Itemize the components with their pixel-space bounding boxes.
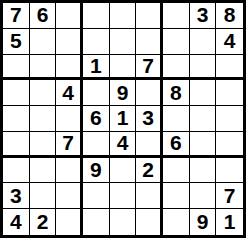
cell-r3c6[interactable]: 7 (136, 55, 163, 81)
cell-r9c3[interactable] (56, 209, 83, 235)
cell-r7c2[interactable] (30, 158, 57, 184)
cell-r8c3[interactable] (56, 183, 83, 209)
cell-r4c5[interactable]: 9 (110, 80, 137, 106)
cell-r1c8[interactable]: 3 (190, 3, 217, 29)
cell-r7c4[interactable]: 9 (83, 158, 110, 184)
cell-r9c6[interactable] (136, 209, 163, 235)
cell-r2c2[interactable] (30, 29, 57, 55)
cell-r7c8[interactable] (190, 158, 217, 184)
cell-r5c1[interactable] (3, 106, 30, 132)
cell-r4c2[interactable] (30, 80, 57, 106)
cell-r3c1[interactable] (3, 55, 30, 81)
cell-r5c3[interactable] (56, 106, 83, 132)
cell-r2c3[interactable] (56, 29, 83, 55)
cell-r9c5[interactable] (110, 209, 137, 235)
cell-r2c4[interactable] (83, 29, 110, 55)
cell-r1c1[interactable]: 7 (3, 3, 30, 29)
cell-r6c3[interactable]: 7 (56, 132, 83, 158)
cell-r6c4[interactable] (83, 132, 110, 158)
cell-r7c5[interactable] (110, 158, 137, 184)
cell-r1c7[interactable] (163, 3, 190, 29)
cell-r2c7[interactable] (163, 29, 190, 55)
cell-r4c7[interactable]: 8 (163, 80, 190, 106)
cell-r3c2[interactable] (30, 55, 57, 81)
cell-r8c8[interactable] (190, 183, 217, 209)
cell-r5c7[interactable] (163, 106, 190, 132)
cell-r2c9[interactable]: 4 (216, 29, 243, 55)
cell-r5c2[interactable] (30, 106, 57, 132)
cell-r3c8[interactable] (190, 55, 217, 81)
cell-r7c1[interactable] (3, 158, 30, 184)
cell-r1c3[interactable] (56, 3, 83, 29)
cell-r2c6[interactable] (136, 29, 163, 55)
cell-r1c9[interactable]: 8 (216, 3, 243, 29)
cell-r7c3[interactable] (56, 158, 83, 184)
cell-r1c5[interactable] (110, 3, 137, 29)
cell-r6c7[interactable]: 6 (163, 132, 190, 158)
cell-r9c7[interactable] (163, 209, 190, 235)
cell-r6c9[interactable] (216, 132, 243, 158)
cell-r4c9[interactable] (216, 80, 243, 106)
cell-r8c7[interactable] (163, 183, 190, 209)
cell-r3c3[interactable] (56, 55, 83, 81)
cell-r6c6[interactable] (136, 132, 163, 158)
cell-r8c9[interactable]: 7 (216, 183, 243, 209)
cell-r9c2[interactable]: 2 (30, 209, 57, 235)
cell-r9c1[interactable]: 4 (3, 209, 30, 235)
cell-r8c5[interactable] (110, 183, 137, 209)
cell-r7c7[interactable] (163, 158, 190, 184)
cell-r4c4[interactable] (83, 80, 110, 106)
sudoku-board: 7638541749861374692374291 (0, 0, 246, 238)
cell-r3c4[interactable]: 1 (83, 55, 110, 81)
cell-r5c9[interactable] (216, 106, 243, 132)
cell-r3c7[interactable] (163, 55, 190, 81)
cell-r4c3[interactable]: 4 (56, 80, 83, 106)
sudoku-puzzle: 7638541749861374692374291 (0, 0, 249, 241)
cell-r4c8[interactable] (190, 80, 217, 106)
cell-r8c1[interactable]: 3 (3, 183, 30, 209)
cell-r5c8[interactable] (190, 106, 217, 132)
cell-r3c5[interactable] (110, 55, 137, 81)
cell-r1c6[interactable] (136, 3, 163, 29)
cell-r9c8[interactable]: 9 (190, 209, 217, 235)
cell-r2c8[interactable] (190, 29, 217, 55)
cell-r1c4[interactable] (83, 3, 110, 29)
cell-r2c1[interactable]: 5 (3, 29, 30, 55)
cell-r4c6[interactable] (136, 80, 163, 106)
cell-r6c2[interactable] (30, 132, 57, 158)
cell-r5c6[interactable]: 3 (136, 106, 163, 132)
cell-r9c4[interactable] (83, 209, 110, 235)
cell-r8c4[interactable] (83, 183, 110, 209)
cell-r4c1[interactable] (3, 80, 30, 106)
cell-r5c5[interactable]: 1 (110, 106, 137, 132)
cell-r8c2[interactable] (30, 183, 57, 209)
cell-r9c9[interactable]: 1 (216, 209, 243, 235)
cell-r2c5[interactable] (110, 29, 137, 55)
cell-r1c2[interactable]: 6 (30, 3, 57, 29)
cell-r5c4[interactable]: 6 (83, 106, 110, 132)
cell-r6c8[interactable] (190, 132, 217, 158)
cell-r3c9[interactable] (216, 55, 243, 81)
cell-r6c5[interactable]: 4 (110, 132, 137, 158)
cell-r7c9[interactable] (216, 158, 243, 184)
cell-r7c6[interactable]: 2 (136, 158, 163, 184)
cell-r8c6[interactable] (136, 183, 163, 209)
cell-r6c1[interactable] (3, 132, 30, 158)
